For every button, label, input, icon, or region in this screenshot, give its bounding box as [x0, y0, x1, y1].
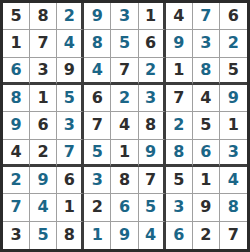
cell-r2c1[interactable]: 1 — [3, 30, 30, 57]
cell-r4c6[interactable]: 3 — [139, 85, 166, 112]
cell-r6c7[interactable]: 8 — [166, 140, 193, 167]
cell-r2c2[interactable]: 7 — [30, 30, 57, 57]
cell-r8c2[interactable]: 4 — [30, 194, 57, 221]
cell-r1c8[interactable]: 7 — [193, 3, 220, 30]
cell-r2c5[interactable]: 5 — [111, 30, 138, 57]
cell-r4c2[interactable]: 1 — [30, 85, 57, 112]
cell-r9c3[interactable]: 8 — [57, 222, 84, 249]
cell-r4c1[interactable]: 8 — [3, 85, 30, 112]
cell-r4c4[interactable]: 6 — [84, 85, 111, 112]
cell-r9c9[interactable]: 7 — [220, 222, 247, 249]
cell-r6c4[interactable]: 5 — [84, 140, 111, 167]
cell-r9c6[interactable]: 4 — [139, 222, 166, 249]
cell-r4c5[interactable]: 2 — [111, 85, 138, 112]
cell-r3c2[interactable]: 3 — [30, 58, 57, 85]
cell-r9c4[interactable]: 1 — [84, 222, 111, 249]
cell-r1c3[interactable]: 2 — [57, 3, 84, 30]
cell-r8c9[interactable]: 8 — [220, 194, 247, 221]
cell-r6c2[interactable]: 2 — [30, 140, 57, 167]
cell-r5c7[interactable]: 2 — [166, 112, 193, 139]
cell-r9c8[interactable]: 2 — [193, 222, 220, 249]
cell-r3c1[interactable]: 6 — [3, 58, 30, 85]
cell-r4c9[interactable]: 9 — [220, 85, 247, 112]
cell-r8c6[interactable]: 5 — [139, 194, 166, 221]
cell-r1c6[interactable]: 1 — [139, 3, 166, 30]
cell-r2c8[interactable]: 3 — [193, 30, 220, 57]
cell-r2c7[interactable]: 9 — [166, 30, 193, 57]
cell-r5c6[interactable]: 8 — [139, 112, 166, 139]
cell-r8c1[interactable]: 7 — [3, 194, 30, 221]
cell-r6c8[interactable]: 6 — [193, 140, 220, 167]
cell-r6c3[interactable]: 7 — [57, 140, 84, 167]
cell-r3c6[interactable]: 2 — [139, 58, 166, 85]
cell-r5c2[interactable]: 6 — [30, 112, 57, 139]
cell-r1c4[interactable]: 9 — [84, 3, 111, 30]
cell-r6c6[interactable]: 9 — [139, 140, 166, 167]
cell-r1c7[interactable]: 4 — [166, 3, 193, 30]
cell-r3c7[interactable]: 1 — [166, 58, 193, 85]
cell-r8c4[interactable]: 2 — [84, 194, 111, 221]
sudoku-board: 5829314761748569326394721858156237499637… — [0, 0, 250, 252]
cell-r8c5[interactable]: 6 — [111, 194, 138, 221]
cell-r7c4[interactable]: 3 — [84, 167, 111, 194]
cell-r2c9[interactable]: 2 — [220, 30, 247, 57]
cell-r5c3[interactable]: 3 — [57, 112, 84, 139]
cell-r2c4[interactable]: 8 — [84, 30, 111, 57]
cell-r6c1[interactable]: 4 — [3, 140, 30, 167]
cell-r9c5[interactable]: 9 — [111, 222, 138, 249]
cell-r8c3[interactable]: 1 — [57, 194, 84, 221]
cell-r8c7[interactable]: 3 — [166, 194, 193, 221]
cell-r7c5[interactable]: 8 — [111, 167, 138, 194]
cell-r5c9[interactable]: 1 — [220, 112, 247, 139]
cell-r7c7[interactable]: 5 — [166, 167, 193, 194]
cell-r5c4[interactable]: 7 — [84, 112, 111, 139]
cell-r1c5[interactable]: 3 — [111, 3, 138, 30]
cell-r4c8[interactable]: 4 — [193, 85, 220, 112]
cell-r7c1[interactable]: 2 — [3, 167, 30, 194]
cell-r9c1[interactable]: 3 — [3, 222, 30, 249]
cell-r2c6[interactable]: 6 — [139, 30, 166, 57]
cell-r1c9[interactable]: 6 — [220, 3, 247, 30]
cell-r1c2[interactable]: 8 — [30, 3, 57, 30]
cell-r2c3[interactable]: 4 — [57, 30, 84, 57]
cell-r5c8[interactable]: 5 — [193, 112, 220, 139]
cell-r7c6[interactable]: 7 — [139, 167, 166, 194]
cell-r3c8[interactable]: 8 — [193, 58, 220, 85]
cell-r3c9[interactable]: 5 — [220, 58, 247, 85]
cell-r6c9[interactable]: 3 — [220, 140, 247, 167]
cell-r3c5[interactable]: 7 — [111, 58, 138, 85]
cell-r1c1[interactable]: 5 — [3, 3, 30, 30]
cell-r3c4[interactable]: 4 — [84, 58, 111, 85]
cell-r4c3[interactable]: 5 — [57, 85, 84, 112]
cell-r6c5[interactable]: 1 — [111, 140, 138, 167]
cell-r9c7[interactable]: 6 — [166, 222, 193, 249]
cell-r8c8[interactable]: 9 — [193, 194, 220, 221]
cell-r5c5[interactable]: 4 — [111, 112, 138, 139]
cell-r4c7[interactable]: 7 — [166, 85, 193, 112]
cell-r7c9[interactable]: 4 — [220, 167, 247, 194]
cell-r9c2[interactable]: 5 — [30, 222, 57, 249]
cell-r7c8[interactable]: 1 — [193, 167, 220, 194]
cell-r7c3[interactable]: 6 — [57, 167, 84, 194]
cell-r3c3[interactable]: 9 — [57, 58, 84, 85]
cell-r5c1[interactable]: 9 — [3, 112, 30, 139]
cell-r7c2[interactable]: 9 — [30, 167, 57, 194]
